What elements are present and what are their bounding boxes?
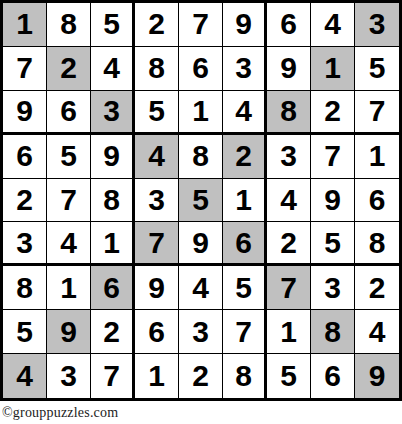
cell-r7c2: 1 (47, 266, 91, 310)
cell-r5c8: 9 (311, 179, 355, 223)
cell-r6c4: 7 (135, 222, 179, 266)
cell-r9c6: 8 (223, 354, 267, 398)
cell-r5c1: 2 (3, 179, 47, 223)
cell-r1c4: 2 (135, 3, 179, 47)
cell-r1c9: 3 (355, 3, 399, 47)
cell-r8c8: 8 (311, 310, 355, 354)
copyright-text: ©grouppuzzles.com (2, 405, 118, 421)
cell-r6c2: 4 (47, 222, 91, 266)
cell-r9c5: 2 (179, 354, 223, 398)
cell-r2c3: 4 (91, 47, 135, 91)
cell-r2c5: 6 (179, 47, 223, 91)
cell-r5c4: 3 (135, 179, 179, 223)
cell-r9c7: 5 (267, 354, 311, 398)
cell-r6c6: 6 (223, 222, 267, 266)
cell-r8c4: 6 (135, 310, 179, 354)
cell-r7c8: 3 (311, 266, 355, 310)
cell-r2c9: 5 (355, 47, 399, 91)
cell-r1c3: 5 (91, 3, 135, 47)
cell-r6c5: 9 (179, 222, 223, 266)
cell-r8c6: 7 (223, 310, 267, 354)
cell-r4c2: 5 (47, 135, 91, 179)
cell-r6c8: 5 (311, 222, 355, 266)
cell-r8c2: 9 (47, 310, 91, 354)
cell-r9c1: 4 (3, 354, 47, 398)
cell-r2c8: 1 (311, 47, 355, 91)
cell-r4c8: 7 (311, 135, 355, 179)
cell-r4c7: 3 (267, 135, 311, 179)
cell-r1c6: 9 (223, 3, 267, 47)
cell-r7c5: 4 (179, 266, 223, 310)
cell-r4c5: 8 (179, 135, 223, 179)
cell-r5c5: 5 (179, 179, 223, 223)
cell-r8c9: 4 (355, 310, 399, 354)
cell-r2c4: 8 (135, 47, 179, 91)
cell-r9c8: 6 (311, 354, 355, 398)
cell-r6c1: 3 (3, 222, 47, 266)
cell-r6c3: 1 (91, 222, 135, 266)
cell-r5c7: 4 (267, 179, 311, 223)
cell-r5c2: 7 (47, 179, 91, 223)
cell-r7c7: 7 (267, 266, 311, 310)
cell-r1c1: 1 (3, 3, 47, 47)
cell-r9c4: 1 (135, 354, 179, 398)
cell-r7c4: 9 (135, 266, 179, 310)
sudoku-board: 1852796437248639159635148276594823712783… (0, 0, 402, 401)
cell-r5c6: 1 (223, 179, 267, 223)
footer: ©grouppuzzles.com (0, 401, 402, 424)
cell-r8c7: 1 (267, 310, 311, 354)
cell-r1c8: 4 (311, 3, 355, 47)
cell-r9c3: 7 (91, 354, 135, 398)
cell-r1c7: 6 (267, 3, 311, 47)
cell-r8c3: 2 (91, 310, 135, 354)
cell-r9c9: 9 (355, 354, 399, 398)
cell-r3c6: 4 (223, 91, 267, 135)
cell-r3c2: 6 (47, 91, 91, 135)
cell-r4c4: 4 (135, 135, 179, 179)
cell-r1c5: 7 (179, 3, 223, 47)
cell-r2c1: 7 (3, 47, 47, 91)
cell-r3c1: 9 (3, 91, 47, 135)
cell-r7c3: 6 (91, 266, 135, 310)
cell-r8c5: 3 (179, 310, 223, 354)
cell-r8c1: 5 (3, 310, 47, 354)
cell-r3c4: 5 (135, 91, 179, 135)
cell-r1c2: 8 (47, 3, 91, 47)
cell-r4c1: 6 (3, 135, 47, 179)
cell-r2c6: 3 (223, 47, 267, 91)
cell-r3c7: 8 (267, 91, 311, 135)
cell-r6c7: 2 (267, 222, 311, 266)
cell-r5c9: 6 (355, 179, 399, 223)
cell-r2c2: 2 (47, 47, 91, 91)
cell-r7c9: 2 (355, 266, 399, 310)
cell-r6c9: 8 (355, 222, 399, 266)
cell-r2c7: 9 (267, 47, 311, 91)
cell-r4c6: 2 (223, 135, 267, 179)
cell-r3c3: 3 (91, 91, 135, 135)
cell-r5c3: 8 (91, 179, 135, 223)
cell-r4c3: 9 (91, 135, 135, 179)
cell-r7c1: 8 (3, 266, 47, 310)
cell-r3c5: 1 (179, 91, 223, 135)
cell-r3c9: 7 (355, 91, 399, 135)
cell-r3c8: 2 (311, 91, 355, 135)
sudoku-page: 1852796437248639159635148276594823712783… (0, 0, 402, 424)
cell-r4c9: 1 (355, 135, 399, 179)
cell-r9c2: 3 (47, 354, 91, 398)
cell-r7c6: 5 (223, 266, 267, 310)
